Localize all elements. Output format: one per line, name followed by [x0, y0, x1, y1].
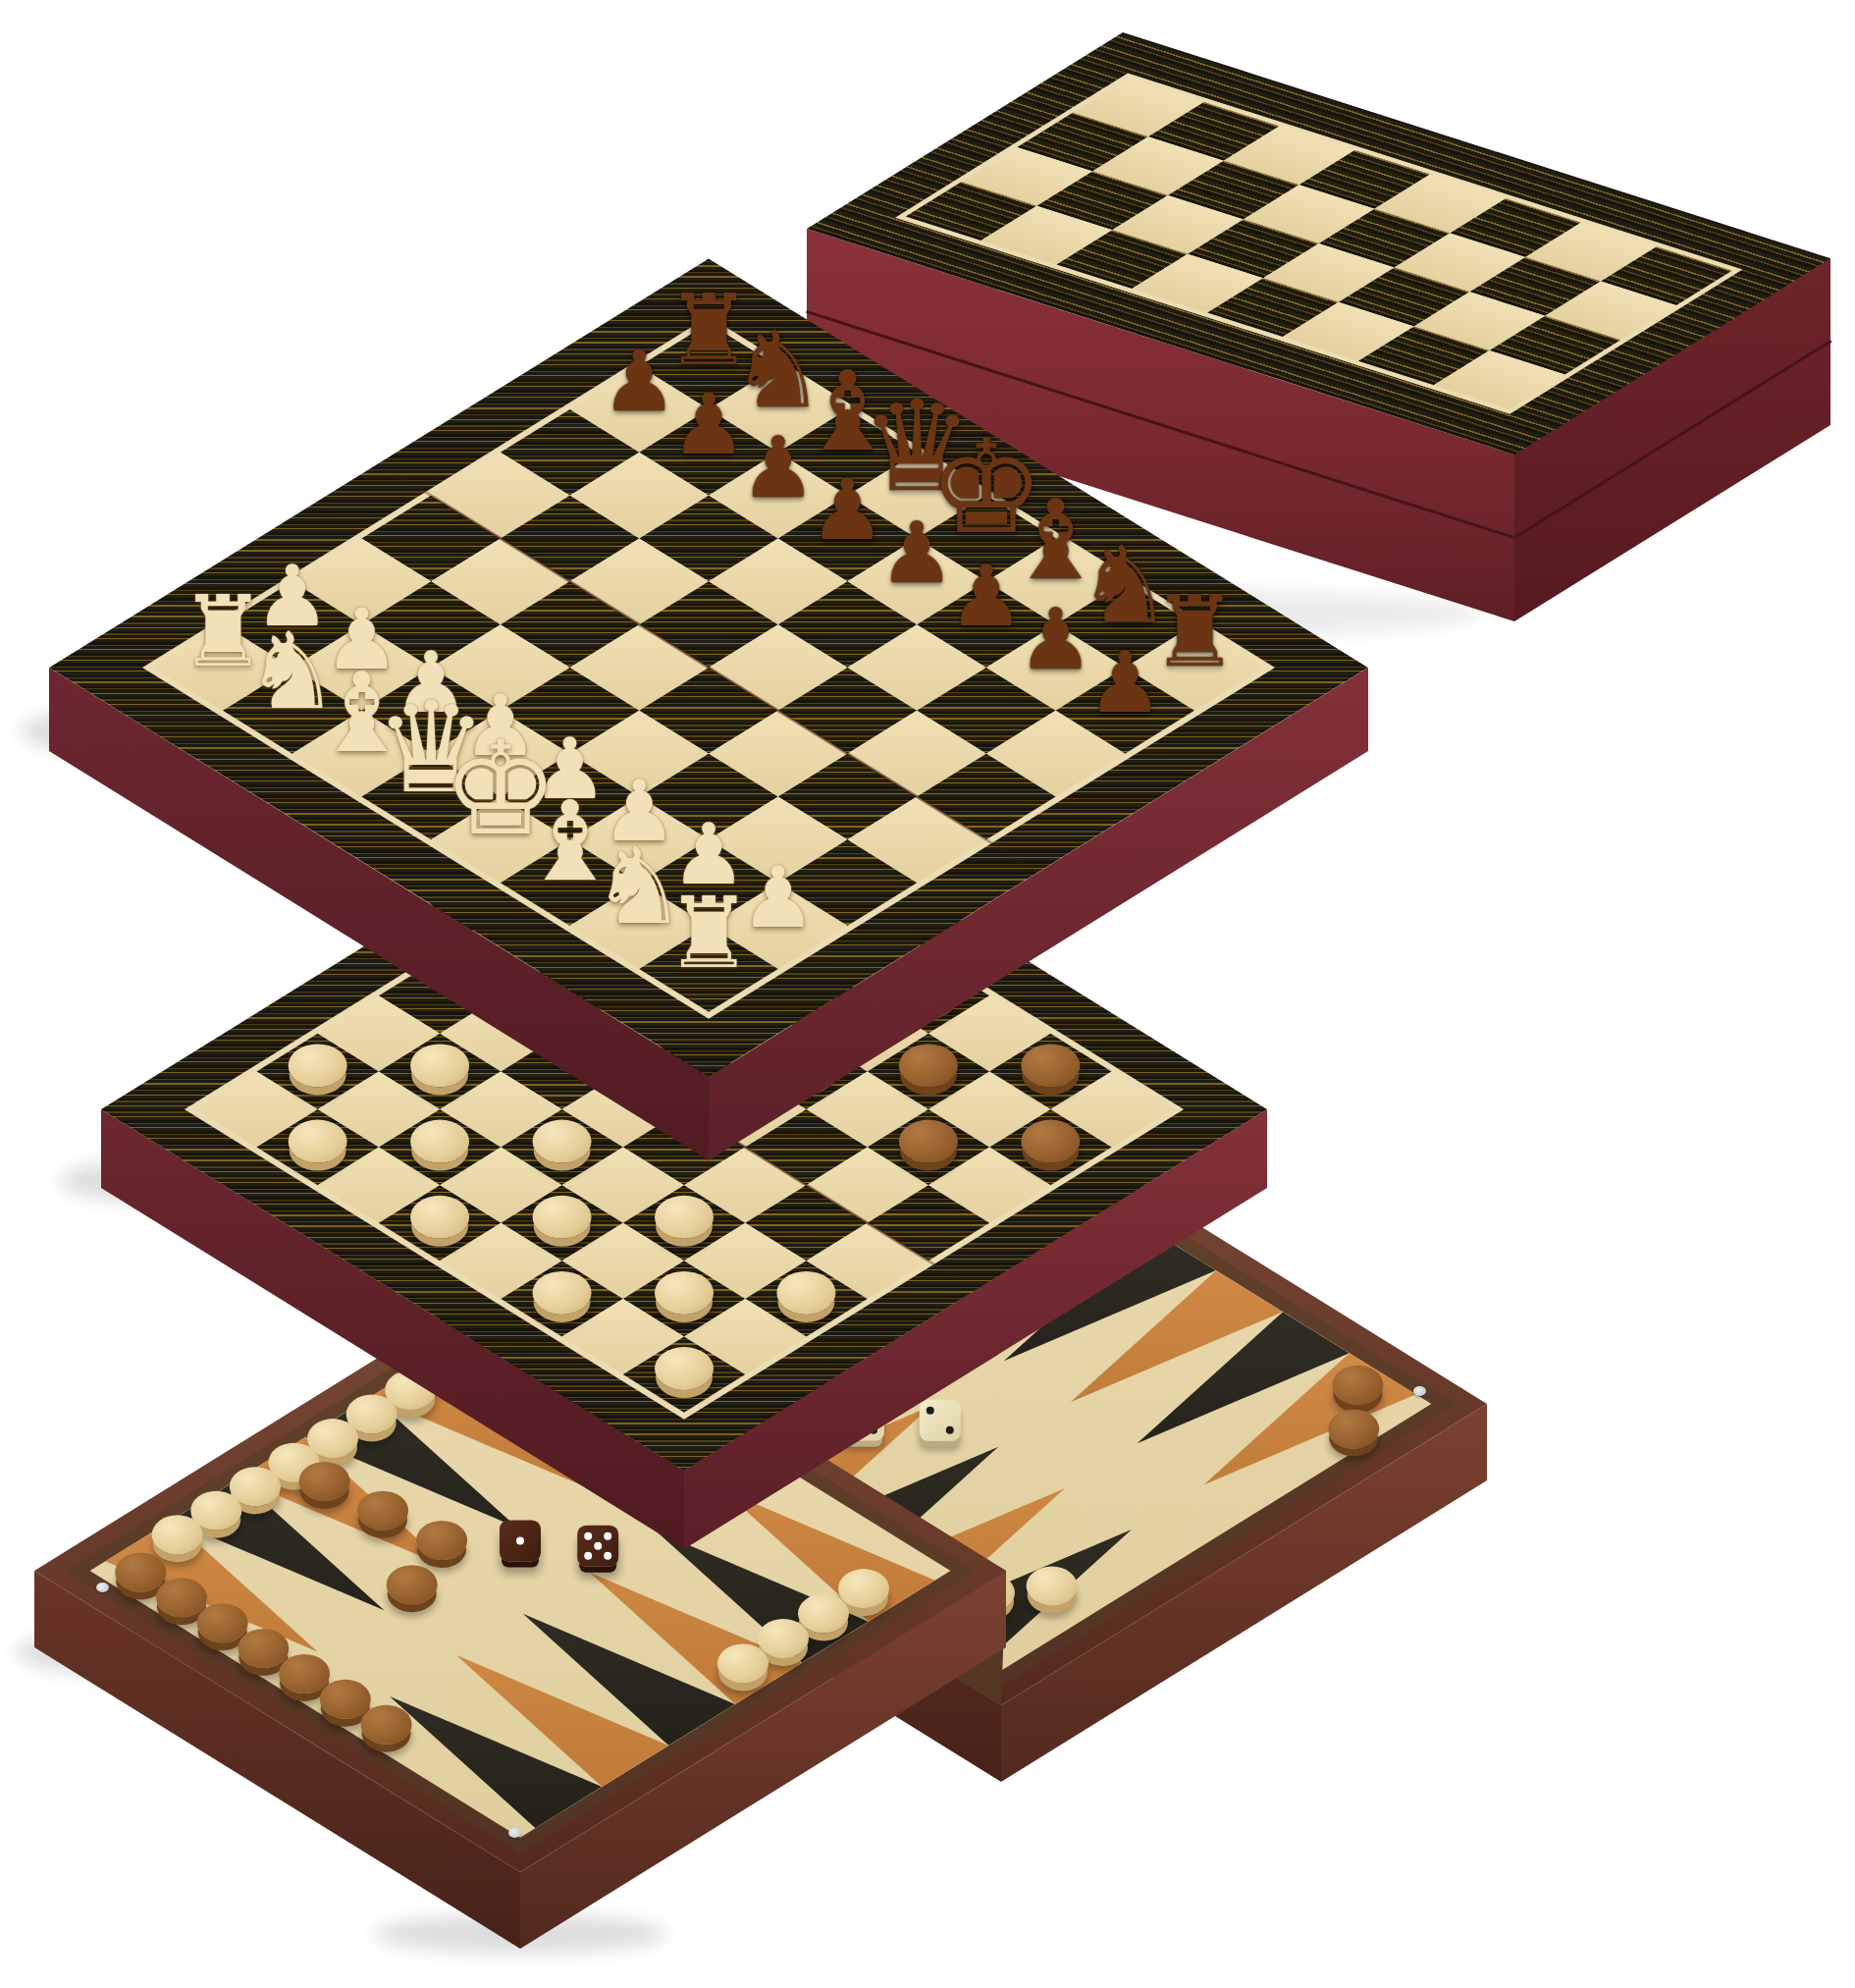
backgammon-checker-light — [717, 1643, 768, 1683]
backgammon-checker-brown — [361, 1705, 412, 1745]
die-pip — [604, 1552, 611, 1560]
magnet-dot — [96, 1583, 109, 1592]
checker-man-light — [289, 1044, 347, 1087]
checker-man-dark — [899, 1044, 958, 1087]
checker-man-light — [533, 1196, 592, 1239]
chess-piece-white-rook: ♜ — [640, 885, 777, 983]
backgammon-checker-light — [1027, 1567, 1078, 1606]
die-pip — [604, 1532, 611, 1540]
backgammon-checker-brown — [156, 1578, 207, 1617]
die-pip — [927, 1407, 934, 1415]
magnet-dot — [508, 1828, 521, 1838]
backgammon-checker-brown — [1332, 1366, 1383, 1405]
checker-man-dark — [1021, 1120, 1080, 1163]
die-pip — [946, 1426, 954, 1434]
backgammon-checker-brown — [197, 1603, 248, 1642]
backgammon-checker-light — [798, 1594, 849, 1634]
checker-man-dark — [899, 1120, 958, 1163]
die-pip — [584, 1552, 592, 1560]
checker-man-light — [410, 1044, 469, 1087]
die-pip — [594, 1542, 602, 1550]
checker-man-light — [655, 1347, 714, 1390]
backgammon-checker-brown — [320, 1680, 371, 1719]
backgammon-checker-brown — [1328, 1410, 1379, 1449]
checker-man-light — [533, 1271, 592, 1315]
backgammon-checker-light — [838, 1569, 889, 1608]
cream-die-showing-2 — [920, 1400, 961, 1441]
backgammon-checker-brown — [357, 1491, 408, 1531]
product-photo-scene: ♜♞♝♛♚♝♞♜♟♟♟♟♟♟♟♟♟♟♟♟♟♟♟♟♜♞♝♛♚♝♞♜ — [0, 0, 1855, 1988]
backgammon-checker-brown — [238, 1629, 289, 1668]
checker-man-light — [655, 1196, 714, 1239]
checker-man-dark — [1021, 1044, 1080, 1087]
checker-man-light — [533, 1120, 592, 1163]
backgammon-checker-brown — [279, 1654, 330, 1693]
checker-man-light — [289, 1120, 347, 1163]
backgammon-checker-brown — [416, 1521, 467, 1560]
backgammon-checker-light — [758, 1619, 809, 1658]
dark-die-showing-1 — [500, 1520, 541, 1561]
magnet-dot — [1413, 1386, 1426, 1396]
chess-piece-black-pawn: ♟ — [1056, 640, 1193, 725]
backgammon-checker-light — [152, 1515, 203, 1554]
checker-man-light — [410, 1196, 469, 1239]
die-pip — [584, 1532, 592, 1540]
checker-man-light — [776, 1271, 835, 1315]
backgammon-checker-brown — [115, 1552, 166, 1591]
checker-man-light — [410, 1120, 469, 1163]
dark-die-showing-5 — [577, 1526, 618, 1567]
backgammon-checker-brown — [387, 1565, 438, 1604]
die-pip — [516, 1536, 524, 1544]
checker-man-light — [655, 1271, 714, 1315]
backgammon-checker-brown — [299, 1462, 350, 1501]
